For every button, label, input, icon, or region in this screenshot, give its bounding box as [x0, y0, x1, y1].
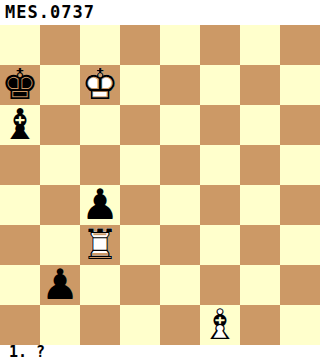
white-bishop-glyph: ♗: [200, 305, 240, 345]
square-b2[interactable]: ♟: [40, 265, 80, 305]
square-h8[interactable]: [280, 25, 320, 65]
square-g7[interactable]: [240, 65, 280, 105]
square-g2[interactable]: [240, 265, 280, 305]
square-e5[interactable]: [160, 145, 200, 185]
square-h5[interactable]: [280, 145, 320, 185]
white-bishop[interactable]: ♝♗: [200, 305, 240, 345]
square-f2[interactable]: [200, 265, 240, 305]
square-d2[interactable]: [120, 265, 160, 305]
chess-board: ♚♚♔♝♟♜♖♟♝♗: [0, 25, 320, 345]
square-e4[interactable]: [160, 185, 200, 225]
black-pawn[interactable]: ♟: [40, 265, 80, 305]
square-a7[interactable]: ♚: [0, 65, 40, 105]
square-e7[interactable]: [160, 65, 200, 105]
square-c5[interactable]: [80, 145, 120, 185]
square-c7[interactable]: ♚♔: [80, 65, 120, 105]
square-d3[interactable]: [120, 225, 160, 265]
square-h7[interactable]: [280, 65, 320, 105]
square-b6[interactable]: [40, 105, 80, 145]
square-a8[interactable]: [0, 25, 40, 65]
square-f6[interactable]: [200, 105, 240, 145]
square-h2[interactable]: [280, 265, 320, 305]
square-f7[interactable]: [200, 65, 240, 105]
black-bishop-glyph: ♝: [0, 105, 40, 145]
square-e3[interactable]: [160, 225, 200, 265]
square-e8[interactable]: [160, 25, 200, 65]
square-e1[interactable]: [160, 305, 200, 345]
square-c3[interactable]: ♜♖: [80, 225, 120, 265]
square-a4[interactable]: [0, 185, 40, 225]
square-g3[interactable]: [240, 225, 280, 265]
square-d5[interactable]: [120, 145, 160, 185]
square-f3[interactable]: [200, 225, 240, 265]
square-g5[interactable]: [240, 145, 280, 185]
white-rook[interactable]: ♜♖: [80, 225, 120, 265]
square-b7[interactable]: [40, 65, 80, 105]
square-c8[interactable]: [80, 25, 120, 65]
square-c6[interactable]: [80, 105, 120, 145]
black-pawn-glyph: ♟: [80, 185, 120, 225]
square-d7[interactable]: [120, 65, 160, 105]
square-b5[interactable]: [40, 145, 80, 185]
square-h6[interactable]: [280, 105, 320, 145]
square-a3[interactable]: [0, 225, 40, 265]
black-pawn-glyph: ♟: [40, 265, 80, 305]
black-king[interactable]: ♚: [0, 65, 40, 105]
white-king[interactable]: ♚♔: [80, 65, 120, 105]
square-c1[interactable]: [80, 305, 120, 345]
square-a1[interactable]: [0, 305, 40, 345]
puzzle-id: MES.0737: [5, 2, 95, 22]
square-a6[interactable]: ♝: [0, 105, 40, 145]
square-b1[interactable]: [40, 305, 80, 345]
move-prompt: 1. ?: [9, 343, 45, 360]
black-bishop[interactable]: ♝: [0, 105, 40, 145]
square-b3[interactable]: [40, 225, 80, 265]
square-d4[interactable]: [120, 185, 160, 225]
square-f4[interactable]: [200, 185, 240, 225]
square-d6[interactable]: [120, 105, 160, 145]
black-pawn[interactable]: ♟: [80, 185, 120, 225]
square-e2[interactable]: [160, 265, 200, 305]
square-g4[interactable]: [240, 185, 280, 225]
square-c4[interactable]: ♟: [80, 185, 120, 225]
chess-diagram-page: MES.0737 ♚♚♔♝♟♜♖♟♝♗ 1. ?: [0, 0, 320, 360]
square-c2[interactable]: [80, 265, 120, 305]
square-g6[interactable]: [240, 105, 280, 145]
white-king-glyph: ♔: [80, 65, 120, 105]
square-h4[interactable]: [280, 185, 320, 225]
square-g8[interactable]: [240, 25, 280, 65]
square-d1[interactable]: [120, 305, 160, 345]
square-f8[interactable]: [200, 25, 240, 65]
square-b4[interactable]: [40, 185, 80, 225]
square-b8[interactable]: [40, 25, 80, 65]
white-rook-glyph: ♖: [80, 225, 120, 265]
black-king-glyph: ♚: [0, 65, 40, 105]
square-a5[interactable]: [0, 145, 40, 185]
square-a2[interactable]: [0, 265, 40, 305]
square-e6[interactable]: [160, 105, 200, 145]
square-f1[interactable]: ♝♗: [200, 305, 240, 345]
square-h1[interactable]: [280, 305, 320, 345]
square-f5[interactable]: [200, 145, 240, 185]
square-d8[interactable]: [120, 25, 160, 65]
square-g1[interactable]: [240, 305, 280, 345]
square-h3[interactable]: [280, 225, 320, 265]
